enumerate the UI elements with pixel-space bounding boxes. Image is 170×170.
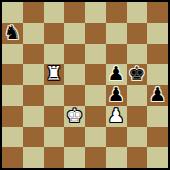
black-pawn[interactable]: ♟ (108, 85, 125, 104)
square-e3[interactable] (85, 106, 106, 127)
white-pawn[interactable]: ♟ (108, 106, 125, 125)
square-c5[interactable]: ♜ (44, 64, 65, 85)
square-e5[interactable] (85, 64, 106, 85)
black-pawn[interactable]: ♟ (149, 85, 166, 104)
square-e1[interactable] (85, 147, 106, 168)
square-b4[interactable] (23, 85, 44, 106)
square-c1[interactable] (44, 147, 65, 168)
square-g7[interactable] (127, 23, 148, 44)
square-a8[interactable] (2, 2, 23, 23)
black-knight[interactable]: ♞ (4, 23, 21, 42)
square-f2[interactable] (106, 127, 127, 148)
square-f7[interactable] (106, 23, 127, 44)
square-f4[interactable]: ♟ (106, 85, 127, 106)
square-g1[interactable] (127, 147, 148, 168)
square-c2[interactable] (44, 127, 65, 148)
black-king[interactable]: ♚ (128, 64, 145, 83)
square-h7[interactable] (147, 23, 168, 44)
square-a6[interactable] (2, 44, 23, 65)
square-h6[interactable] (147, 44, 168, 65)
square-d4[interactable] (64, 85, 85, 106)
square-a2[interactable] (2, 127, 23, 148)
white-king[interactable]: ♚ (66, 106, 83, 125)
square-d5[interactable] (64, 64, 85, 85)
white-rook[interactable]: ♜ (45, 64, 62, 83)
square-a1[interactable] (2, 147, 23, 168)
square-f6[interactable] (106, 44, 127, 65)
square-b5[interactable] (23, 64, 44, 85)
square-b3[interactable] (23, 106, 44, 127)
black-pawn[interactable]: ♟ (108, 64, 125, 83)
square-b1[interactable] (23, 147, 44, 168)
square-f8[interactable] (106, 2, 127, 23)
square-b8[interactable] (23, 2, 44, 23)
square-d6[interactable] (64, 44, 85, 65)
square-c6[interactable] (44, 44, 65, 65)
square-d2[interactable] (64, 127, 85, 148)
square-f1[interactable] (106, 147, 127, 168)
square-h3[interactable] (147, 106, 168, 127)
square-f5[interactable]: ♟ (106, 64, 127, 85)
square-e8[interactable] (85, 2, 106, 23)
square-b7[interactable] (23, 23, 44, 44)
square-e4[interactable] (85, 85, 106, 106)
square-h5[interactable] (147, 64, 168, 85)
square-b6[interactable] (23, 44, 44, 65)
square-a5[interactable] (2, 64, 23, 85)
square-g4[interactable] (127, 85, 148, 106)
square-d1[interactable] (64, 147, 85, 168)
square-g2[interactable] (127, 127, 148, 148)
square-g8[interactable] (127, 2, 148, 23)
square-a7[interactable]: ♞ (2, 23, 23, 44)
square-g6[interactable] (127, 44, 148, 65)
square-c3[interactable] (44, 106, 65, 127)
square-h1[interactable] (147, 147, 168, 168)
square-e6[interactable] (85, 44, 106, 65)
chess-board: ♞♜♟♚♟♟♚♟ (0, 0, 170, 170)
square-c4[interactable] (44, 85, 65, 106)
square-d7[interactable] (64, 23, 85, 44)
square-g5[interactable]: ♚ (127, 64, 148, 85)
square-e2[interactable] (85, 127, 106, 148)
square-h8[interactable] (147, 2, 168, 23)
square-h4[interactable]: ♟ (147, 85, 168, 106)
square-a4[interactable] (2, 85, 23, 106)
square-f3[interactable]: ♟ (106, 106, 127, 127)
square-a3[interactable] (2, 106, 23, 127)
square-h2[interactable] (147, 127, 168, 148)
square-g3[interactable] (127, 106, 148, 127)
square-e7[interactable] (85, 23, 106, 44)
square-c7[interactable] (44, 23, 65, 44)
square-d8[interactable] (64, 2, 85, 23)
square-b2[interactable] (23, 127, 44, 148)
square-c8[interactable] (44, 2, 65, 23)
square-d3[interactable]: ♚ (64, 106, 85, 127)
